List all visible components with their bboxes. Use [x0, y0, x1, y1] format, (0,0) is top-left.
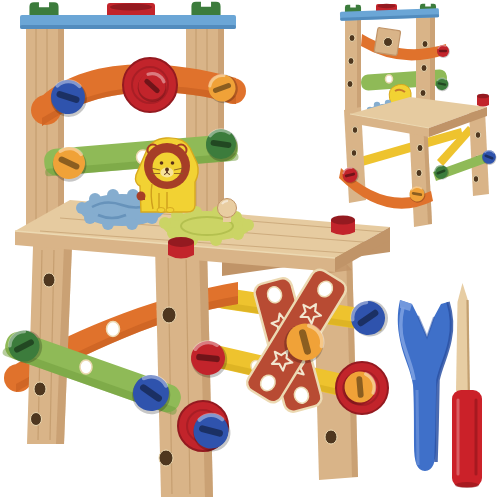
red-knob-front	[168, 237, 194, 259]
top-rail	[20, 15, 236, 29]
small-red-bolt-top	[437, 45, 450, 58]
red-hub-bolt	[123, 58, 177, 112]
wrench	[398, 300, 452, 471]
secondary-chair	[339, 4, 499, 227]
red-disc-yellow-bolt	[336, 362, 388, 414]
small-orange-bar	[361, 27, 450, 60]
screwdriver	[452, 283, 482, 488]
small-red-knob	[477, 94, 489, 107]
main-chair	[2, 2, 396, 497]
red-knob-right	[331, 216, 355, 236]
small-green-side-bar	[432, 148, 498, 181]
product-photo	[0, 0, 500, 500]
toy-chair-scene	[0, 0, 500, 500]
